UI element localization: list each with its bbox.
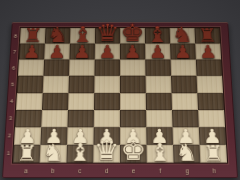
square-c7[interactable]: ♟ [69,44,95,60]
square-e4[interactable] [120,93,146,110]
square-a5[interactable] [17,76,43,93]
rank-label-6: 6 [9,60,18,76]
square-h3[interactable] [198,110,225,127]
square-h7[interactable]: ♟ [195,44,221,60]
file-label-d: d [93,166,120,176]
square-d6[interactable] [94,60,120,76]
square-g4[interactable] [172,93,199,110]
square-h1[interactable]: ♜ [200,145,228,163]
piece-white-knight-b1[interactable]: ♞ [40,141,67,165]
piece-white-knight-g1[interactable]: ♞ [173,141,200,165]
square-b6[interactable] [43,60,69,76]
rank-label-2: 2 [5,127,14,145]
square-d4[interactable] [94,93,120,110]
square-d1[interactable]: ♛ [93,145,120,163]
rank-label-1: 1 [4,145,13,163]
square-b7[interactable]: ♟ [44,44,70,60]
square-b4[interactable] [42,93,69,110]
square-g5[interactable] [171,76,197,93]
piece-white-rook-a1[interactable]: ♜ [13,143,41,165]
square-a1[interactable]: ♜ [13,145,41,163]
square-f3[interactable] [146,110,173,127]
rank-label-5: 5 [8,76,17,93]
file-label-f: f [147,166,174,176]
chess-app-view: ♜♞♝♛♚♝♞♜♟♟♟♟♟♟♟♟♟♟♟♟♟♟♟♟♜♞♝♛♚♝♞♜ 8765432… [0,0,240,180]
rank-label-4: 4 [7,93,16,110]
square-f5[interactable] [146,76,172,93]
square-h6[interactable] [196,60,222,76]
square-c5[interactable] [68,76,94,93]
square-f4[interactable] [146,93,172,110]
file-label-b: b [39,166,66,176]
file-label-e: e [120,166,147,176]
square-a4[interactable] [16,93,43,110]
square-d5[interactable] [94,76,120,93]
square-f6[interactable] [145,60,171,76]
square-b1[interactable]: ♞ [40,145,67,163]
file-coordinates: abcdefgh [12,166,228,176]
square-g3[interactable] [172,110,199,127]
square-e6[interactable] [120,60,146,76]
square-c1[interactable]: ♝ [66,145,93,163]
square-a7[interactable]: ♟ [19,44,45,60]
square-a6[interactable] [18,60,44,76]
file-label-c: c [66,166,93,176]
square-g6[interactable] [171,60,197,76]
piece-white-bishop-c1[interactable]: ♝ [66,140,93,164]
piece-white-queen-d1[interactable]: ♛ [93,137,120,164]
square-d7[interactable]: ♟ [95,44,120,60]
square-b3[interactable] [41,110,68,127]
square-d3[interactable] [94,110,120,127]
square-e7[interactable]: ♟ [120,44,145,60]
file-label-h: h [200,166,227,176]
square-a3[interactable] [15,110,42,127]
rank-label-8: 8 [11,28,19,44]
square-g7[interactable]: ♟ [170,44,196,60]
rank-label-7: 7 [10,44,18,60]
square-e3[interactable] [120,110,146,127]
rank-label-3: 3 [6,110,15,127]
square-e1[interactable]: ♚ [120,145,147,163]
square-c4[interactable] [68,93,94,110]
square-e5[interactable] [120,76,146,93]
square-c3[interactable] [67,110,94,127]
piece-white-king-e1[interactable]: ♚ [120,137,147,164]
piece-white-bishop-f1[interactable]: ♝ [146,140,173,164]
file-label-a: a [12,166,39,176]
file-label-g: g [174,166,201,176]
square-h4[interactable] [197,93,224,110]
square-f7[interactable]: ♟ [145,44,171,60]
square-b5[interactable] [43,76,69,93]
square-g1[interactable]: ♞ [173,145,200,163]
piece-white-rook-h1[interactable]: ♜ [199,143,227,165]
square-c6[interactable] [69,60,95,76]
square-h5[interactable] [197,76,223,93]
board-squares: ♜♞♝♛♚♝♞♜♟♟♟♟♟♟♟♟♟♟♟♟♟♟♟♟♜♞♝♛♚♝♞♜ [13,28,227,163]
square-f1[interactable]: ♝ [147,145,174,163]
chess-board-frame: ♜♞♝♛♚♝♞♜♟♟♟♟♟♟♟♟♟♟♟♟♟♟♟♟♜♞♝♛♚♝♞♜ 8765432… [2,22,238,178]
